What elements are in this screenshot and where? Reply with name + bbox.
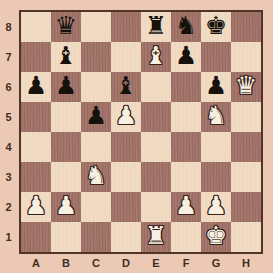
square-f5[interactable] [171,102,201,132]
square-b3[interactable] [51,162,81,192]
square-g6[interactable]: ♟ [201,72,231,102]
square-a4[interactable] [21,132,51,162]
white-rook-e1-piece: ♜ [145,221,167,251]
black-bishop-d6-piece: ♝ [115,71,137,101]
square-h7[interactable] [231,42,261,72]
square-f1[interactable] [171,222,201,252]
square-d1[interactable] [111,222,141,252]
square-c8[interactable] [81,12,111,42]
rank-label-6: 6 [0,72,17,102]
square-b4[interactable] [51,132,81,162]
white-knight-g5-piece: ♞ [205,101,227,131]
file-label-f: F [171,255,201,271]
rank-label-3: 3 [0,162,17,192]
black-pawn-b6-piece: ♟ [55,71,77,101]
square-a1[interactable] [21,222,51,252]
white-pawn-b2-piece: ♟ [55,191,77,221]
square-b7[interactable]: ♝ [51,42,81,72]
square-c4[interactable] [81,132,111,162]
square-b1[interactable] [51,222,81,252]
rank-label-2: 2 [0,192,17,222]
square-d3[interactable] [111,162,141,192]
file-label-a: A [21,255,51,271]
square-g1[interactable]: ♚ [201,222,231,252]
file-label-e: E [141,255,171,271]
square-f4[interactable] [171,132,201,162]
square-d6[interactable]: ♝ [111,72,141,102]
rank-label-8: 8 [0,12,17,42]
square-h1[interactable] [231,222,261,252]
square-a5[interactable] [21,102,51,132]
white-knight-c3-piece: ♞ [85,161,107,191]
square-f8[interactable]: ♞ [171,12,201,42]
rank-label-7: 7 [0,42,17,72]
square-h2[interactable] [231,192,261,222]
square-c1[interactable] [81,222,111,252]
square-e8[interactable]: ♜ [141,12,171,42]
white-pawn-a2-piece: ♟ [25,191,47,221]
black-knight-f8-piece: ♞ [175,11,197,41]
black-pawn-a6-piece: ♟ [25,71,47,101]
square-a7[interactable] [21,42,51,72]
square-d2[interactable] [111,192,141,222]
square-b6[interactable]: ♟ [51,72,81,102]
square-a6[interactable]: ♟ [21,72,51,102]
white-king-g1-piece: ♚ [205,221,227,251]
square-g4[interactable] [201,132,231,162]
square-a2[interactable]: ♟ [21,192,51,222]
chess-diagram: ♛♜♞♚♝♝♟♟♟♝♟♛♟♟♞♞♟♟♟♟♜♚ 87654321 ABCDEFGH [0,0,273,273]
square-g8[interactable]: ♚ [201,12,231,42]
square-h4[interactable] [231,132,261,162]
square-b5[interactable] [51,102,81,132]
square-c6[interactable] [81,72,111,102]
square-e6[interactable] [141,72,171,102]
square-e4[interactable] [141,132,171,162]
square-e5[interactable] [141,102,171,132]
square-c7[interactable] [81,42,111,72]
square-h6[interactable]: ♛ [231,72,261,102]
white-pawn-g2-piece: ♟ [205,191,227,221]
square-g7[interactable] [201,42,231,72]
file-label-g: G [201,255,231,271]
square-g5[interactable]: ♞ [201,102,231,132]
square-a8[interactable] [21,12,51,42]
square-h8[interactable] [231,12,261,42]
black-king-g8-piece: ♚ [205,11,227,41]
square-g3[interactable] [201,162,231,192]
square-d5[interactable]: ♟ [111,102,141,132]
square-d7[interactable] [111,42,141,72]
square-e3[interactable] [141,162,171,192]
white-bishop-e7-piece: ♝ [145,41,167,71]
square-e1[interactable]: ♜ [141,222,171,252]
square-b8[interactable]: ♛ [51,12,81,42]
rank-label-1: 1 [0,222,17,252]
square-e7[interactable]: ♝ [141,42,171,72]
rank-label-4: 4 [0,132,17,162]
black-pawn-c5-piece: ♟ [85,101,107,131]
square-c3[interactable]: ♞ [81,162,111,192]
white-pawn-f2-piece: ♟ [175,191,197,221]
file-label-h: H [231,255,261,271]
file-label-b: B [51,255,81,271]
white-pawn-d5-piece: ♟ [115,101,137,131]
chess-board: ♛♜♞♚♝♝♟♟♟♝♟♛♟♟♞♞♟♟♟♟♜♚ [19,10,263,254]
file-label-c: C [81,255,111,271]
black-rook-e8-piece: ♜ [145,11,167,41]
black-pawn-g6-piece: ♟ [205,71,227,101]
black-queen-b8-piece: ♛ [55,11,77,41]
square-d8[interactable] [111,12,141,42]
file-label-d: D [111,255,141,271]
white-queen-h6-piece: ♛ [235,71,257,101]
square-f3[interactable] [171,162,201,192]
black-pawn-f7-piece: ♟ [175,41,197,71]
square-h5[interactable] [231,102,261,132]
square-f7[interactable]: ♟ [171,42,201,72]
square-f6[interactable] [171,72,201,102]
square-h3[interactable] [231,162,261,192]
black-bishop-b7-piece: ♝ [55,41,77,71]
square-e2[interactable] [141,192,171,222]
square-g2[interactable]: ♟ [201,192,231,222]
rank-label-5: 5 [0,102,17,132]
square-c2[interactable] [81,192,111,222]
square-c5[interactable]: ♟ [81,102,111,132]
square-f2[interactable]: ♟ [171,192,201,222]
square-b2[interactable]: ♟ [51,192,81,222]
square-a3[interactable] [21,162,51,192]
square-d4[interactable] [111,132,141,162]
